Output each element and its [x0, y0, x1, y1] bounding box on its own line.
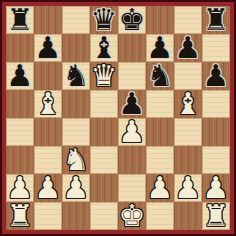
square-c5[interactable] [62, 90, 90, 118]
square-c8[interactable] [62, 6, 90, 34]
piece-white-bishop[interactable]: ♝ [35, 90, 62, 118]
piece-white-pawn[interactable]: ♟ [63, 174, 90, 202]
piece-black-pawn[interactable]: ♟ [35, 34, 62, 62]
square-e7[interactable] [118, 34, 146, 62]
square-g4[interactable] [174, 118, 202, 146]
square-h8[interactable]: ♜ [202, 6, 230, 34]
square-h4[interactable] [202, 118, 230, 146]
square-c7[interactable] [62, 34, 90, 62]
square-c3[interactable]: ♞ [62, 146, 90, 174]
square-h7[interactable] [202, 34, 230, 62]
square-f1[interactable] [146, 202, 174, 230]
square-d7[interactable]: ♝ [90, 34, 118, 62]
square-h5[interactable] [202, 90, 230, 118]
square-h2[interactable]: ♟ [202, 174, 230, 202]
square-d2[interactable] [90, 174, 118, 202]
piece-black-rook[interactable]: ♜ [203, 6, 230, 34]
square-a5[interactable] [6, 90, 34, 118]
square-a6[interactable]: ♟ [6, 62, 34, 90]
piece-white-king[interactable]: ♚ [119, 202, 146, 230]
square-a7[interactable] [6, 34, 34, 62]
square-f6[interactable]: ♞ [146, 62, 174, 90]
square-a8[interactable]: ♜ [6, 6, 34, 34]
square-f8[interactable] [146, 6, 174, 34]
piece-white-pawn[interactable]: ♟ [147, 174, 174, 202]
piece-white-pawn[interactable]: ♟ [119, 118, 146, 146]
square-a3[interactable] [6, 146, 34, 174]
square-h6[interactable]: ♟ [202, 62, 230, 90]
square-f3[interactable] [146, 146, 174, 174]
square-f2[interactable]: ♟ [146, 174, 174, 202]
square-e3[interactable] [118, 146, 146, 174]
piece-black-rook[interactable]: ♜ [7, 6, 34, 34]
square-g6[interactable] [174, 62, 202, 90]
square-b1[interactable] [34, 202, 62, 230]
square-b5[interactable]: ♝ [34, 90, 62, 118]
square-b8[interactable] [34, 6, 62, 34]
square-a2[interactable]: ♟ [6, 174, 34, 202]
square-e4[interactable]: ♟ [118, 118, 146, 146]
square-d8[interactable]: ♛ [90, 6, 118, 34]
square-c6[interactable]: ♞ [62, 62, 90, 90]
square-h1[interactable]: ♜ [202, 202, 230, 230]
piece-black-queen[interactable]: ♛ [91, 6, 118, 34]
piece-white-rook[interactable]: ♜ [7, 202, 34, 230]
square-e6[interactable] [118, 62, 146, 90]
piece-white-pawn[interactable]: ♟ [35, 174, 62, 202]
square-g2[interactable]: ♟ [174, 174, 202, 202]
piece-black-pawn[interactable]: ♟ [119, 90, 146, 118]
square-f4[interactable] [146, 118, 174, 146]
square-g5[interactable]: ♝ [174, 90, 202, 118]
square-d4[interactable] [90, 118, 118, 146]
piece-white-queen[interactable]: ♛ [91, 62, 118, 90]
square-b4[interactable] [34, 118, 62, 146]
square-g1[interactable] [174, 202, 202, 230]
square-d6[interactable]: ♛ [90, 62, 118, 90]
square-e8[interactable]: ♚ [118, 6, 146, 34]
piece-black-king[interactable]: ♚ [119, 6, 146, 34]
square-e1[interactable]: ♚ [118, 202, 146, 230]
square-e5[interactable]: ♟ [118, 90, 146, 118]
square-a4[interactable] [6, 118, 34, 146]
square-g7[interactable]: ♟ [174, 34, 202, 62]
square-f5[interactable] [146, 90, 174, 118]
piece-black-pawn[interactable]: ♟ [203, 62, 230, 90]
piece-white-bishop[interactable]: ♝ [175, 90, 202, 118]
square-c2[interactable]: ♟ [62, 174, 90, 202]
chess-board: ♜♛♚♜♟♝♟♟♟♞♛♞♟♝♟♝♟♞♟♟♟♟♟♟♜♚♜ [6, 6, 230, 230]
piece-black-knight[interactable]: ♞ [63, 62, 90, 90]
square-b7[interactable]: ♟ [34, 34, 62, 62]
piece-black-pawn[interactable]: ♟ [147, 34, 174, 62]
square-a1[interactable]: ♜ [6, 202, 34, 230]
piece-white-rook[interactable]: ♜ [203, 202, 230, 230]
square-b3[interactable] [34, 146, 62, 174]
square-g3[interactable] [174, 146, 202, 174]
square-d1[interactable] [90, 202, 118, 230]
square-b2[interactable]: ♟ [34, 174, 62, 202]
square-e2[interactable] [118, 174, 146, 202]
square-b6[interactable] [34, 62, 62, 90]
piece-white-knight[interactable]: ♞ [63, 146, 90, 174]
piece-black-pawn[interactable]: ♟ [7, 62, 34, 90]
square-f7[interactable]: ♟ [146, 34, 174, 62]
piece-black-bishop[interactable]: ♝ [91, 34, 118, 62]
piece-black-pawn[interactable]: ♟ [175, 34, 202, 62]
piece-black-knight[interactable]: ♞ [147, 62, 174, 90]
square-g8[interactable] [174, 6, 202, 34]
piece-white-pawn[interactable]: ♟ [175, 174, 202, 202]
chess-board-frame: ♜♛♚♜♟♝♟♟♟♞♛♞♟♝♟♝♟♞♟♟♟♟♟♟♜♚♜ [0, 0, 236, 236]
square-c1[interactable] [62, 202, 90, 230]
square-c4[interactable] [62, 118, 90, 146]
square-d5[interactable] [90, 90, 118, 118]
piece-white-pawn[interactable]: ♟ [7, 174, 34, 202]
square-d3[interactable] [90, 146, 118, 174]
square-h3[interactable] [202, 146, 230, 174]
piece-white-pawn[interactable]: ♟ [203, 174, 230, 202]
